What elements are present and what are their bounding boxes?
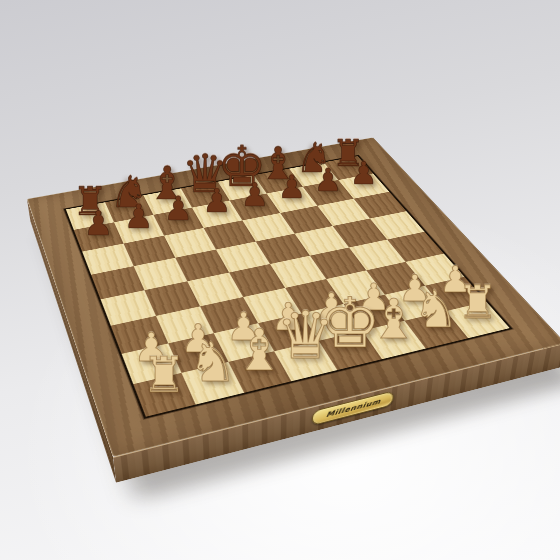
square-f3[interactable] — [326, 270, 385, 304]
square-g3[interactable] — [366, 262, 425, 295]
square-e3[interactable] — [285, 279, 343, 313]
square-c2[interactable] — [214, 323, 274, 362]
square-d3[interactable] — [243, 288, 301, 323]
square-e2[interactable] — [301, 304, 362, 341]
square-a2[interactable] — [122, 343, 182, 384]
brand-label: Millennium — [325, 398, 381, 419]
studio-background: Millennium ♜♞♝♛♚♝♞♜♟♟♟♟♟♟♟♟♟♟♟♟♟♟♟♟♜♞♝♛♚… — [0, 0, 560, 560]
square-b2[interactable] — [168, 333, 228, 373]
square-d1[interactable] — [274, 341, 337, 381]
square-c3[interactable] — [200, 297, 258, 333]
square-f2[interactable] — [344, 295, 405, 331]
square-e1[interactable] — [319, 331, 382, 370]
square-g2[interactable] — [385, 286, 446, 321]
square-d4[interactable] — [229, 264, 285, 297]
square-g1[interactable] — [405, 311, 469, 349]
square-a1[interactable] — [133, 373, 195, 417]
square-c1[interactable] — [228, 351, 291, 393]
square-h1[interactable] — [446, 302, 510, 339]
square-h2[interactable] — [425, 277, 486, 311]
square-b4[interactable] — [144, 281, 200, 316]
square-a3[interactable] — [111, 316, 169, 354]
square-d2[interactable] — [258, 313, 319, 351]
square-b3[interactable] — [156, 306, 214, 343]
square-c4[interactable] — [187, 273, 243, 307]
square-b1[interactable] — [181, 362, 244, 405]
square-f1[interactable] — [362, 321, 426, 359]
square-a5[interactable] — [91, 266, 144, 299]
square-a4[interactable] — [101, 290, 156, 325]
